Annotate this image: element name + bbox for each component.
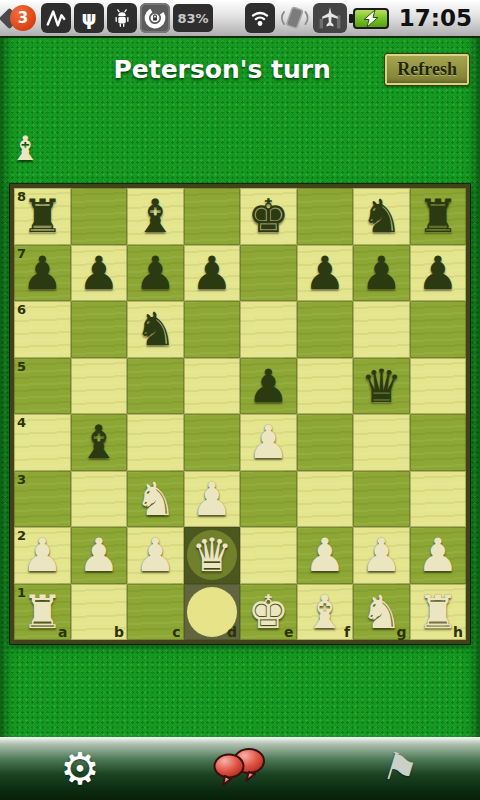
square-c3[interactable]: ♞ <box>127 471 184 528</box>
bottom-toolbar: ⚙ ⚑ <box>0 737 480 800</box>
square-h3[interactable] <box>410 471 467 528</box>
square-a7[interactable]: 7♟ <box>14 245 71 302</box>
square-d3[interactable]: ♟ <box>184 471 241 528</box>
square-b6[interactable] <box>71 301 128 358</box>
square-e1[interactable]: e♚ <box>240 584 297 641</box>
notification-badge: 3 <box>4 3 38 33</box>
square-g4[interactable] <box>353 414 410 471</box>
white-pawn-e4[interactable]: ♟ <box>240 414 297 471</box>
white-pawn-c2[interactable]: ♟ <box>127 527 184 584</box>
file-label-d: d <box>227 624 237 640</box>
captured-pieces-tray: ♝ <box>10 128 40 168</box>
rank-label-3: 3 <box>17 472 26 487</box>
wifi-icon <box>245 3 275 33</box>
square-f5[interactable] <box>297 358 354 415</box>
adb-debug-icon <box>107 3 137 33</box>
android-status-bar[interactable]: 3 ψ 83% <box>0 0 480 38</box>
square-c2[interactable]: ♟ <box>127 527 184 584</box>
square-g3[interactable] <box>353 471 410 528</box>
square-g1[interactable]: g♞ <box>353 584 410 641</box>
square-d6[interactable] <box>184 301 241 358</box>
square-g7[interactable]: ♟ <box>353 245 410 302</box>
settings-button[interactable]: ⚙ <box>0 738 160 800</box>
square-c4[interactable] <box>127 414 184 471</box>
gear-icon: ⚙ <box>60 747 99 791</box>
square-b8[interactable] <box>71 188 128 245</box>
file-label-e: e <box>284 624 294 640</box>
white-queen-d2[interactable]: ♛ <box>184 527 241 584</box>
black-pawn-b7[interactable]: ♟ <box>71 245 128 302</box>
wave-app-icon <box>41 3 71 33</box>
white-pawn-d3[interactable]: ♟ <box>184 471 241 528</box>
square-g5[interactable]: ♛ <box>353 358 410 415</box>
square-a5[interactable]: 5 <box>14 358 71 415</box>
black-pawn-d7[interactable]: ♟ <box>184 245 241 302</box>
file-label-b: b <box>114 624 124 640</box>
black-pawn-h7[interactable]: ♟ <box>410 245 467 302</box>
square-e5[interactable]: ♟ <box>240 358 297 415</box>
black-queen-g5[interactable]: ♛ <box>353 358 410 415</box>
square-f3[interactable] <box>297 471 354 528</box>
chat-button[interactable] <box>160 738 320 800</box>
rank-label-7: 7 <box>17 246 26 261</box>
black-pawn-e5[interactable]: ♟ <box>240 358 297 415</box>
chess-board: 8♜♝♚♞♜7♟♟♟♟♟♟♟6♞5♟♛4♝♟3♞♟2♟♟♟♛♟♟♟1a♜bcde… <box>14 188 466 640</box>
flag-icon: ⚑ <box>378 746 422 792</box>
rank-label-8: 8 <box>17 189 26 204</box>
square-a2[interactable]: 2♟ <box>14 527 71 584</box>
captured-white-bishop-icon: ♝ <box>10 128 40 168</box>
battery-charging-icon <box>352 8 390 29</box>
square-e8[interactable]: ♚ <box>240 188 297 245</box>
square-h8[interactable]: ♜ <box>410 188 467 245</box>
file-label-h: h <box>453 624 463 640</box>
square-d8[interactable] <box>184 188 241 245</box>
black-knight-c6[interactable]: ♞ <box>127 301 184 358</box>
square-f4[interactable] <box>297 414 354 471</box>
white-pawn-g2[interactable]: ♟ <box>353 527 410 584</box>
rank-label-4: 4 <box>17 415 26 430</box>
rank-label-5: 5 <box>17 359 26 374</box>
square-g2[interactable]: ♟ <box>353 527 410 584</box>
square-e6[interactable] <box>240 301 297 358</box>
file-label-f: f <box>344 624 350 640</box>
square-a3[interactable]: 3 <box>14 471 71 528</box>
status-bar-clock: 17:05 <box>399 5 472 31</box>
square-e3[interactable] <box>240 471 297 528</box>
rank-label-6: 6 <box>17 302 26 317</box>
square-b3[interactable] <box>71 471 128 528</box>
square-c5[interactable] <box>127 358 184 415</box>
square-g6[interactable] <box>353 301 410 358</box>
square-a6[interactable]: 6 <box>14 301 71 358</box>
battery-percent-badge: 83% <box>173 4 213 32</box>
square-d7[interactable]: ♟ <box>184 245 241 302</box>
square-c8[interactable]: ♝ <box>127 188 184 245</box>
square-a1[interactable]: 1a♜ <box>14 584 71 641</box>
airplane-mode-icon <box>313 3 347 33</box>
square-d4[interactable] <box>184 414 241 471</box>
square-b1[interactable]: b <box>71 584 128 641</box>
square-c6[interactable]: ♞ <box>127 301 184 358</box>
chat-bubbles-icon <box>212 746 268 792</box>
square-h5[interactable] <box>410 358 467 415</box>
square-h6[interactable] <box>410 301 467 358</box>
square-f2[interactable]: ♟ <box>297 527 354 584</box>
square-b5[interactable] <box>71 358 128 415</box>
square-d1[interactable]: d <box>184 584 241 641</box>
square-g8[interactable]: ♞ <box>353 188 410 245</box>
black-bishop-b4[interactable]: ♝ <box>71 414 128 471</box>
square-f1[interactable]: f♝ <box>297 584 354 641</box>
square-c7[interactable]: ♟ <box>127 245 184 302</box>
app-screen: 3 ψ 83% <box>0 0 480 800</box>
rank-label-1: 1 <box>17 585 26 600</box>
square-h2[interactable]: ♟ <box>410 527 467 584</box>
square-e4[interactable]: ♟ <box>240 414 297 471</box>
square-f7[interactable]: ♟ <box>297 245 354 302</box>
square-e7[interactable] <box>240 245 297 302</box>
black-pawn-g7[interactable]: ♟ <box>353 245 410 302</box>
square-e2[interactable] <box>240 527 297 584</box>
resign-button[interactable]: ⚑ <box>320 738 480 800</box>
black-rook-h8[interactable]: ♜ <box>410 188 467 245</box>
square-b4[interactable]: ♝ <box>71 414 128 471</box>
file-label-c: c <box>172 624 180 640</box>
square-a8[interactable]: 8♜ <box>14 188 71 245</box>
white-pawn-f2[interactable]: ♟ <box>297 527 354 584</box>
white-knight-c3[interactable]: ♞ <box>127 471 184 528</box>
black-pawn-c7[interactable]: ♟ <box>127 245 184 302</box>
usb-icon: ψ <box>74 3 104 33</box>
black-knight-g8[interactable]: ♞ <box>353 188 410 245</box>
square-h1[interactable]: h♜ <box>410 584 467 641</box>
square-c1[interactable]: c <box>127 584 184 641</box>
square-h4[interactable] <box>410 414 467 471</box>
square-b2[interactable]: ♟ <box>71 527 128 584</box>
square-f6[interactable] <box>297 301 354 358</box>
file-label-g: g <box>396 624 406 640</box>
header: Peterson's turn Refresh <box>0 40 480 98</box>
black-pawn-f7[interactable]: ♟ <box>297 245 354 302</box>
square-a4[interactable]: 4 <box>14 414 71 471</box>
vibrate-icon <box>278 2 310 34</box>
refresh-button[interactable]: Refresh <box>384 53 470 86</box>
square-f8[interactable] <box>297 188 354 245</box>
rank-label-2: 2 <box>17 528 26 543</box>
square-b7[interactable]: ♟ <box>71 245 128 302</box>
chess-board-frame: 8♜♝♚♞♜7♟♟♟♟♟♟♟6♞5♟♛4♝♟3♞♟2♟♟♟♛♟♟♟1a♜bcde… <box>10 184 470 644</box>
black-king-e8[interactable]: ♚ <box>240 188 297 245</box>
black-bishop-c8[interactable]: ♝ <box>127 188 184 245</box>
notification-count: 3 <box>10 5 36 31</box>
square-d2[interactable]: ♛ <box>184 527 241 584</box>
white-pawn-h2[interactable]: ♟ <box>410 527 467 584</box>
rotation-lock-icon <box>140 3 170 33</box>
square-d5[interactable] <box>184 358 241 415</box>
white-pawn-b2[interactable]: ♟ <box>71 527 128 584</box>
turn-title: Peterson's turn <box>0 55 384 84</box>
file-label-a: a <box>58 624 67 640</box>
square-h7[interactable]: ♟ <box>410 245 467 302</box>
